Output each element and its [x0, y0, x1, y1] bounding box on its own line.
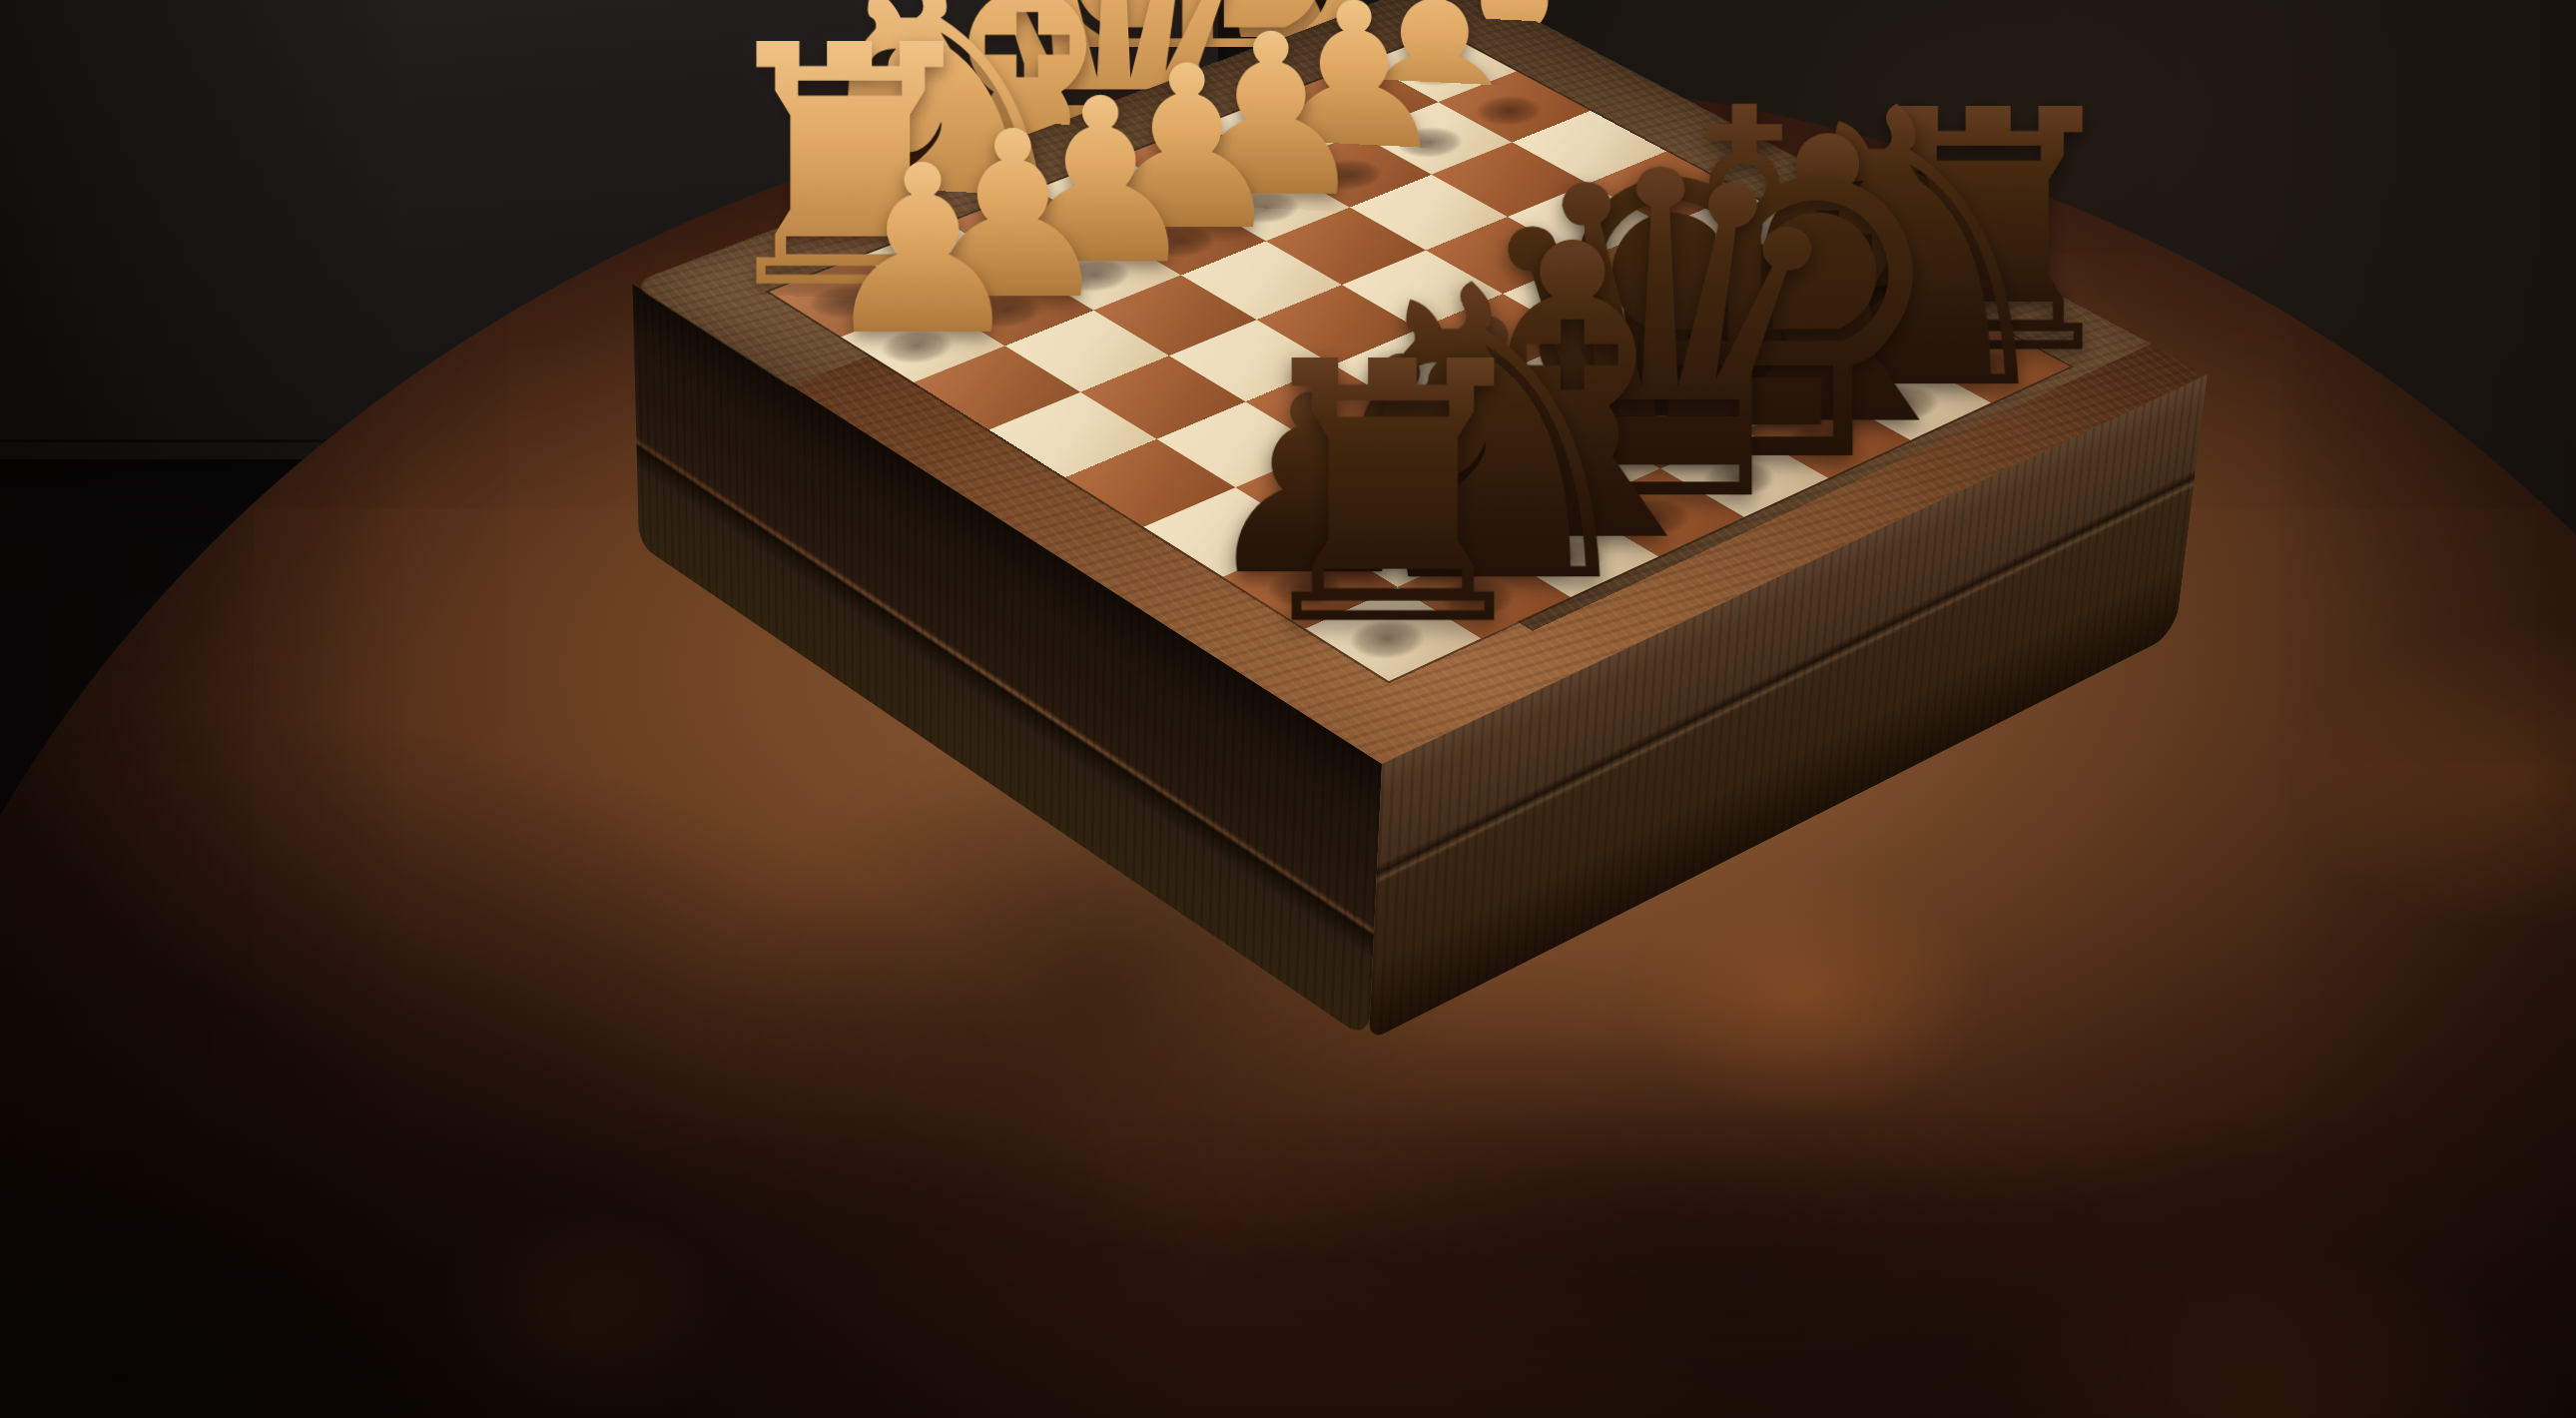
chess-box: ♜♞♝♛♚♝♞♜♟♟♟♟♟♟♟♟♟♟♟♟♟♟♟♟♜♞♝♛♚♝♞♜ — [639, 220, 2176, 1042]
square-a8: ♜ — [1305, 587, 1481, 681]
piece-black-rook-a8: ♜ — [1232, 316, 1555, 675]
scene-3d: ♜♞♝♛♚♝♞♜♟♟♟♟♟♟♟♟♟♟♟♟♟♟♟♟♜♞♝♛♚♝♞♜ — [0, 0, 2576, 1418]
piece-white-pawn-a2: ♟ — [819, 135, 1027, 367]
